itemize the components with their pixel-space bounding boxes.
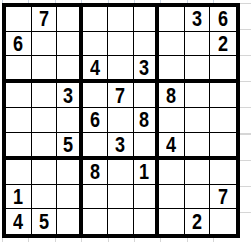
cell-r3c1[interactable] <box>6 56 32 83</box>
cell-r9c1[interactable]: 4 <box>6 209 32 234</box>
cell-r7c7[interactable] <box>159 160 185 185</box>
cell-r9c7[interactable] <box>159 209 185 234</box>
sudoku-screenshot: 7366243378685348117452 <box>0 0 251 242</box>
given-digit: 6 <box>218 7 228 30</box>
cell-r5c3[interactable] <box>57 108 83 133</box>
cell-r7c8[interactable] <box>185 160 211 185</box>
cell-r2c1[interactable]: 6 <box>6 32 32 57</box>
cell-r4c6[interactable] <box>134 83 160 108</box>
cell-r8c8[interactable] <box>185 185 211 210</box>
cell-r8c2[interactable] <box>32 185 58 210</box>
cell-r5c2[interactable] <box>32 108 58 133</box>
cell-r4c8[interactable] <box>185 83 211 108</box>
given-digit: 3 <box>115 133 125 156</box>
cell-r7c9[interactable] <box>210 160 236 185</box>
cell-r4c9[interactable] <box>210 83 236 108</box>
cell-r1c2[interactable]: 7 <box>32 7 58 32</box>
cell-r2c6[interactable] <box>134 32 160 57</box>
cell-r4c1[interactable] <box>6 83 32 108</box>
cell-r7c5[interactable] <box>108 160 134 185</box>
given-digit: 2 <box>218 32 228 55</box>
given-digit: 7 <box>218 185 228 208</box>
cell-r1c9[interactable]: 6 <box>210 7 236 32</box>
given-digit: 8 <box>167 84 177 107</box>
cell-r5c5[interactable] <box>108 108 134 133</box>
sudoku-board: 7366243378685348117452 <box>2 3 240 238</box>
cell-r7c4[interactable]: 8 <box>83 160 109 185</box>
cell-r5c6[interactable]: 8 <box>134 108 160 133</box>
cell-r8c9[interactable]: 7 <box>210 185 236 210</box>
cell-r7c6[interactable]: 1 <box>134 160 160 185</box>
given-digit: 3 <box>192 7 202 30</box>
cell-r1c4[interactable] <box>83 7 109 32</box>
cell-r5c7[interactable] <box>159 108 185 133</box>
cell-r4c7[interactable]: 8 <box>159 83 185 108</box>
cell-r8c5[interactable] <box>108 185 134 210</box>
cell-r9c8[interactable]: 2 <box>185 209 211 234</box>
cell-r9c5[interactable] <box>108 209 134 234</box>
cell-r3c4[interactable]: 4 <box>83 56 109 83</box>
given-digit: 6 <box>90 108 100 131</box>
cell-r9c6[interactable] <box>134 209 160 234</box>
cell-r6c2[interactable] <box>32 133 58 160</box>
cell-r9c4[interactable] <box>83 209 109 234</box>
cell-r2c8[interactable] <box>185 32 211 57</box>
spreadsheet-gridlines-right <box>240 3 251 238</box>
given-digit: 1 <box>140 160 150 183</box>
given-digit: 5 <box>63 133 73 156</box>
cell-r1c3[interactable] <box>57 7 83 32</box>
cell-r6c4[interactable] <box>83 133 109 160</box>
cell-r2c4[interactable] <box>83 32 109 57</box>
cell-r9c2[interactable]: 5 <box>32 209 58 234</box>
cell-r3c8[interactable] <box>185 56 211 83</box>
cell-r8c3[interactable] <box>57 185 83 210</box>
cell-r1c5[interactable] <box>108 7 134 32</box>
given-digit: 3 <box>140 56 150 79</box>
cell-r3c5[interactable] <box>108 56 134 83</box>
cell-r4c5[interactable]: 7 <box>108 83 134 108</box>
cell-r6c5[interactable]: 3 <box>108 133 134 160</box>
cell-r5c8[interactable] <box>185 108 211 133</box>
cell-r3c9[interactable] <box>210 56 236 83</box>
given-digit: 8 <box>90 160 100 183</box>
spreadsheet-gridlines-bottom <box>2 238 240 242</box>
given-digit: 4 <box>90 56 100 79</box>
cell-r3c6[interactable]: 3 <box>134 56 160 83</box>
cell-r1c1[interactable] <box>6 7 32 32</box>
cell-r8c6[interactable] <box>134 185 160 210</box>
given-digit: 5 <box>39 210 49 233</box>
cell-r6c1[interactable] <box>6 133 32 160</box>
cell-r8c4[interactable] <box>83 185 109 210</box>
cell-r5c9[interactable] <box>210 108 236 133</box>
cell-r1c6[interactable] <box>134 7 160 32</box>
cell-r8c1[interactable]: 1 <box>6 185 32 210</box>
cell-r5c4[interactable]: 6 <box>83 108 109 133</box>
cell-r9c3[interactable] <box>57 209 83 234</box>
given-digit: 4 <box>13 210 23 233</box>
given-digit: 3 <box>63 84 73 107</box>
given-digit: 8 <box>140 108 150 131</box>
cell-r6c9[interactable] <box>210 133 236 160</box>
cell-r3c7[interactable] <box>159 56 185 83</box>
cell-r6c7[interactable]: 4 <box>159 133 185 160</box>
given-digit: 7 <box>115 84 125 107</box>
cell-r6c8[interactable] <box>185 133 211 160</box>
cell-r3c2[interactable] <box>32 56 58 83</box>
cell-r4c2[interactable] <box>32 83 58 108</box>
cell-r2c3[interactable] <box>57 32 83 57</box>
cell-r3c3[interactable] <box>57 56 83 83</box>
cell-r7c2[interactable] <box>32 160 58 185</box>
cell-r9c9[interactable] <box>210 209 236 234</box>
cell-r4c4[interactable] <box>83 83 109 108</box>
cell-r5c1[interactable] <box>6 108 32 133</box>
given-digit: 6 <box>13 32 23 55</box>
cell-r2c9[interactable]: 2 <box>210 32 236 57</box>
cell-r7c3[interactable] <box>57 160 83 185</box>
cell-r6c3[interactable]: 5 <box>57 133 83 160</box>
given-digit: 4 <box>167 133 177 156</box>
cell-r1c8[interactable]: 3 <box>185 7 211 32</box>
cell-r7c1[interactable] <box>6 160 32 185</box>
cell-r4c3[interactable]: 3 <box>57 83 83 108</box>
given-digit: 7 <box>39 7 49 30</box>
cell-r2c5[interactable] <box>108 32 134 57</box>
cell-r6c6[interactable] <box>134 133 160 160</box>
cell-r1c7[interactable] <box>159 7 185 32</box>
cell-r2c7[interactable] <box>159 32 185 57</box>
given-digit: 2 <box>192 210 202 233</box>
given-digit: 1 <box>13 185 23 208</box>
cell-r8c7[interactable] <box>159 185 185 210</box>
cell-r2c2[interactable] <box>32 32 58 57</box>
